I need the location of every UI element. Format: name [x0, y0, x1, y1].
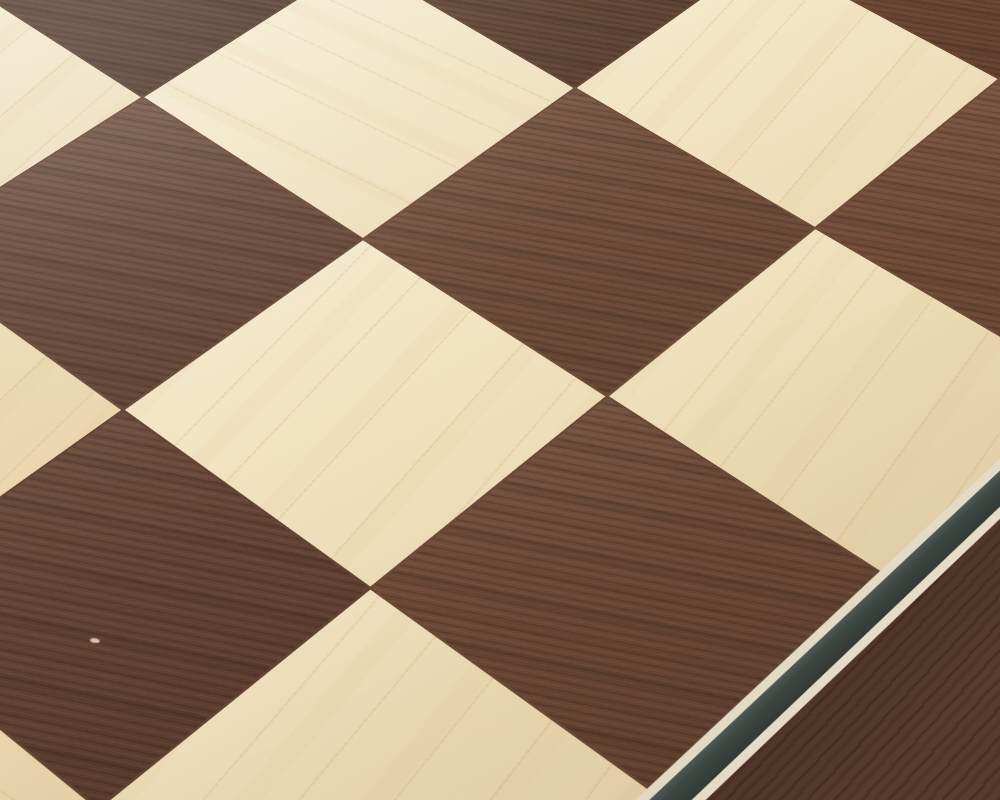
chess-board — [0, 0, 1000, 800]
chessboard-photo — [0, 0, 1000, 800]
